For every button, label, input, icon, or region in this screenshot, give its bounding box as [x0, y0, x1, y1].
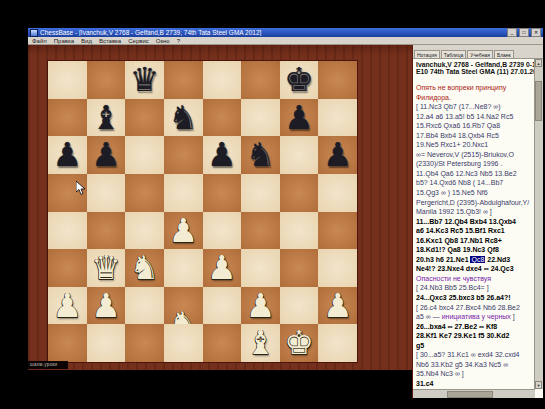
square-h2[interactable]: ♟	[318, 287, 357, 325]
notation-line-19: Ne4!? 23.Nxe4 dxe4 ∞ 24.Qc3	[416, 264, 536, 274]
annotation-text: Филидора.	[416, 94, 451, 101]
notation-line-16: 16.Kxc1 Qb8 17.Nb1 Rc8+	[416, 236, 536, 246]
panel-tabs: НотацияТаблицаУчебнаяБланк	[413, 45, 543, 59]
square-d3[interactable]	[164, 249, 203, 287]
square-f6[interactable]: ♞	[241, 136, 280, 174]
white-king-g1[interactable]: ♚	[280, 324, 319, 362]
move-text[interactable]: 20.h3 h6 21.Ne1	[416, 256, 470, 263]
notation-line-2: [ 11.Nc3 Qb7 (17...Ne8? ∞)	[416, 102, 536, 112]
chess-board: ♛♚♝♞♟♟♟♟♞♟♟♛♞♟♟♟♞♟♟♝♚	[48, 61, 357, 362]
square-d1[interactable]	[164, 324, 203, 362]
square-h1[interactable]	[318, 324, 357, 362]
move-text[interactable]: [ 24.Nb3 Bb5 25.Bc4= ]	[416, 284, 489, 291]
move-text[interactable]: [ 26.c4 bxc4 27.Bxc4 Nb6 28.Be2	[416, 304, 520, 311]
square-e8[interactable]	[203, 61, 242, 99]
notation-line-11: 15.Qg3 ∞ ) 15.Ne5 Nf6	[416, 188, 536, 198]
tab-3[interactable]: Бланк	[494, 50, 514, 58]
square-d4[interactable]: ♟	[164, 212, 203, 250]
move-text[interactable]: 26...bxa4 ∞ 27.Be2 ∞ Kf8	[416, 323, 497, 330]
notation-line-29: Nb6 33.Kb2 g5 34.Ka3 Nc5 ∞	[416, 360, 536, 370]
white-pawn-f2[interactable]: ♟	[241, 287, 280, 325]
notation-line-21: [ 24.Nb3 Bb5 25.Bc4= ]	[416, 283, 536, 293]
white-pawn-b2[interactable]: ♟	[87, 287, 126, 325]
square-e1[interactable]	[203, 324, 242, 362]
square-d5[interactable]	[164, 174, 203, 212]
square-f7[interactable]	[241, 99, 280, 137]
app-icon	[30, 29, 38, 37]
square-h6[interactable]: ♟	[318, 136, 357, 174]
move-text[interactable]: (2330)/St Petersburg 1996 .	[416, 160, 502, 167]
square-c7[interactable]	[125, 99, 164, 137]
maximize-button[interactable]: □	[519, 28, 529, 37]
notation-line-7: ∞= Neverov,V (2515)-Briukov,O	[416, 150, 536, 160]
black-king-g8[interactable]: ♚	[280, 61, 319, 99]
square-c4[interactable]	[125, 212, 164, 250]
notation-line-28: [ 30...a5? 31.Kc1 ∞ exd4 32.cxd4	[416, 350, 536, 360]
square-b8[interactable]	[87, 61, 126, 99]
horizontal-scrollbar[interactable]	[413, 389, 535, 398]
notation-line-8: (2330)/St Petersburg 1996 .	[416, 159, 536, 169]
notation-line-30: 35.Nb4 Nc3 ∞ ]	[416, 369, 536, 379]
black-pawn-a6[interactable]: ♟	[48, 136, 87, 174]
move-text[interactable]: 11.Qb4 Qa6 12.Nc3 Nb5 13.Be2	[416, 170, 517, 177]
move-text[interactable]: a5 ∞ —	[416, 313, 442, 320]
square-a3[interactable]	[48, 249, 87, 287]
move-text[interactable]: Ne4!? 23.Nxe4 dxe4 ∞ 24.Qc3	[416, 265, 514, 272]
square-b2[interactable]: ♟	[87, 287, 126, 325]
notation-line-12: Pergericht,D (2395)-Abdulghafour,Y/	[416, 198, 536, 208]
annotation-text: инициатива у черных	[442, 313, 511, 320]
square-a4[interactable]	[48, 212, 87, 250]
move-text[interactable]: ]	[511, 313, 515, 320]
notation-line-4: 15.Rxc6 Qxa6 16.Rb7 Qa8	[416, 121, 536, 131]
move-text[interactable]: 31.c4	[416, 380, 434, 387]
notation-line-5: 17.Bb4 Bxb4 18.Qxb4 Rc5	[416, 131, 536, 141]
square-b4[interactable]	[87, 212, 126, 250]
horizontal-scroll-thumb[interactable]	[447, 391, 493, 398]
menu-item-1[interactable]: Правка	[54, 38, 74, 44]
square-h3[interactable]	[318, 249, 357, 287]
white-pawn-h2[interactable]: ♟	[318, 287, 357, 325]
notation-line-10: b5? 14.Qxd6 Nb8 ( 14...Bb7	[416, 178, 536, 188]
move-text[interactable]: ∞= Neverov,V (2515)-Briukov,O	[416, 151, 514, 158]
tab-0[interactable]: Нотация	[414, 50, 440, 58]
menu-item-6[interactable]: ?	[177, 38, 180, 44]
title-bar: ChessBase - [Ivanchuk,V 2768 - Gelfand,B…	[28, 28, 543, 37]
game-header: Ivanchuk,V 2768 - Gelfand,B 2739 0-1 E10…	[416, 61, 534, 75]
moves-list: Опять не вопреки принципуФилидора.[ 11.N…	[416, 83, 536, 389]
notation-line-27: g5	[416, 341, 536, 351]
annotation-text: Опасности не чувствуя	[416, 275, 491, 282]
white-knight-c3[interactable]: ♞	[125, 249, 164, 287]
square-d7[interactable]: ♞	[164, 99, 203, 137]
square-a8[interactable]	[48, 61, 87, 99]
white-bishop-f1[interactable]: ♝	[241, 324, 280, 362]
black-pawn-e6[interactable]: ♟	[203, 136, 242, 174]
square-b6[interactable]: ♟	[87, 136, 126, 174]
black-bishop-b7[interactable]: ♝	[87, 99, 126, 137]
square-a6[interactable]: ♟	[48, 136, 87, 174]
move-text[interactable]: 15.Qg3 ∞ ) 15.Ne5 Nf6	[416, 189, 488, 196]
window-title: ChessBase - [Ivanchuk,V 2768 - Gelfand,B…	[40, 29, 505, 36]
menu-item-0[interactable]: Файл	[32, 38, 47, 44]
minimize-button[interactable]: _	[507, 28, 517, 37]
square-c1[interactable]	[125, 324, 164, 362]
move-text[interactable]: Nb6 33.Kb2 g5 34.Ka3 Nc5 ∞	[416, 361, 508, 368]
square-h8[interactable]	[318, 61, 357, 99]
notation-panel: НотацияТаблицаУчебнаяБланк Ivanchuk,V 27…	[412, 45, 543, 398]
square-f5[interactable]	[241, 174, 280, 212]
tab-1[interactable]: Таблица	[441, 50, 467, 58]
scroll-up-arrow[interactable]: ▲	[535, 59, 542, 67]
menu-item-3[interactable]: Вставка	[99, 38, 121, 44]
scroll-down-arrow[interactable]: ▼	[535, 381, 542, 389]
white-pawn-a2[interactable]: ♟	[48, 287, 87, 325]
square-e7[interactable]	[203, 99, 242, 137]
square-b5[interactable]	[87, 174, 126, 212]
notation-line-6: 19.Ne5 Rxc1+ 20.Nxc1	[416, 140, 536, 150]
close-button[interactable]: ✕	[531, 28, 541, 37]
notation-line-0: Опять не вопреки принципу	[416, 83, 536, 93]
black-knight-f6[interactable]: ♞	[241, 136, 280, 174]
square-d8[interactable]	[164, 61, 203, 99]
square-a2[interactable]: ♟	[48, 287, 87, 325]
move-text[interactable]: 11...Bb7 12.Qb4 Bxb4 13.Qxb4	[416, 218, 516, 225]
event-line: E10 74th Tata Steel GMA (11) 27.01.2012	[416, 68, 534, 75]
notation-line-14: 11...Bb7 12.Qb4 Bxb4 13.Qxb4	[416, 217, 536, 227]
square-f1[interactable]: ♝	[241, 324, 280, 362]
letterbox-top	[0, 0, 545, 28]
square-d2[interactable]: ♞	[164, 287, 203, 325]
square-a7[interactable]	[48, 99, 87, 137]
square-g5[interactable]	[280, 174, 319, 212]
black-pawn-h6[interactable]: ♟	[318, 136, 357, 174]
move-text[interactable]: 15.Rxc6 Qxa6 16.Rb7 Qa8	[416, 122, 500, 129]
video-watermark: шахм.уроки	[28, 361, 68, 369]
square-a1[interactable]	[48, 324, 87, 362]
letterbox-left	[0, 0, 28, 409]
square-h7[interactable]	[318, 99, 357, 137]
move-text[interactable]: 28.Kf1 Ke7 29.Ke1 f5 30.Kd2	[416, 332, 509, 339]
square-c8[interactable]: ♛	[125, 61, 164, 99]
notation-line-26: 28.Kf1 Ke7 29.Ke1 f5 30.Kd2	[416, 331, 536, 341]
square-f3[interactable]	[241, 249, 280, 287]
mouse-cursor	[76, 181, 86, 195]
square-g7[interactable]: ♟	[280, 99, 319, 137]
tab-2[interactable]: Учебная	[467, 50, 493, 58]
move-text[interactable]: 22.Nd3	[485, 256, 510, 263]
notation-line-15: a6 14.Kc3 Rc5 15.Bf1 Rxc1	[416, 226, 536, 236]
square-c3[interactable]: ♞	[125, 249, 164, 287]
move-text[interactable]: 24...Qxc3 25.bxc3 b5 26.a4?!	[416, 294, 511, 301]
menu-item-5[interactable]: Окно	[156, 38, 170, 44]
move-text[interactable]: a6 14.Kc3 Rc5 15.Bf1 Rxc1	[416, 227, 505, 234]
square-f4[interactable]	[241, 212, 280, 250]
square-b1[interactable]	[87, 324, 126, 362]
vertical-scrollbar[interactable]: ▲ ▼	[534, 59, 543, 389]
square-e5[interactable]	[203, 174, 242, 212]
square-b3[interactable]: ♛	[87, 249, 126, 287]
square-g1[interactable]: ♚	[280, 324, 319, 362]
notation-line-31: 31.c4	[416, 379, 536, 389]
square-e6[interactable]: ♟	[203, 136, 242, 174]
move-text[interactable]: 16.Kxc1 Qb8 17.Nb1 Rc8+	[416, 237, 502, 244]
square-g8[interactable]: ♚	[280, 61, 319, 99]
vertical-scroll-thumb[interactable]	[535, 81, 542, 121]
move-text[interactable]: Manila 1992 15.Qb3! ∞ ]	[416, 208, 492, 215]
menu-item-2[interactable]: Вид	[81, 38, 92, 44]
move-text[interactable]: b5? 14.Qxd6 Nb8 ( 14...Bb7	[416, 179, 503, 186]
black-queen-c8[interactable]: ♛	[125, 61, 164, 99]
square-h5[interactable]	[318, 174, 357, 212]
square-h4[interactable]	[318, 212, 357, 250]
notation-line-24: a5 ∞ — инициатива у черных ]	[416, 312, 536, 322]
square-g6[interactable]	[280, 136, 319, 174]
menu-bar: ФайлПравкаВидВставкаСервисОкно?	[28, 37, 543, 45]
square-c5[interactable]	[125, 174, 164, 212]
notation-line-23: [ 26.c4 bxc4 27.Bxc4 Nb6 28.Be2	[416, 303, 536, 313]
black-knight-d7[interactable]: ♞	[164, 99, 203, 137]
notation-line-25: 26...bxa4 ∞ 27.Be2 ∞ Kf8	[416, 322, 536, 332]
white-queen-b3[interactable]: ♛	[87, 249, 126, 287]
notation-line-22: 24...Qxc3 25.bxc3 b5 26.a4?!	[416, 293, 536, 303]
menu-item-4[interactable]: Сервис	[128, 38, 149, 44]
square-d6[interactable]	[164, 136, 203, 174]
notation-line-18: 20.h3 h6 21.Ne1 Qc8 22.Nd3	[416, 255, 536, 265]
square-e3[interactable]: ♟	[203, 249, 242, 287]
notation-line-1: Филидора.	[416, 93, 536, 103]
square-c2[interactable]	[125, 287, 164, 325]
move-text[interactable]: 18.Kd1!? Qa8 19.Nc3 Qf8	[416, 246, 499, 253]
move-text[interactable]: g5	[416, 342, 424, 349]
square-g4[interactable]	[280, 212, 319, 250]
move-text[interactable]: [ 11.Nc3 Qb7 (17...Ne8? ∞)	[416, 103, 501, 110]
players-result-line: Ivanchuk,V 2768 - Gelfand,B 2739 0-1	[416, 61, 534, 68]
square-f2[interactable]: ♟	[241, 287, 280, 325]
square-e4[interactable]	[203, 212, 242, 250]
notation-line-13: Manila 1992 15.Qb3! ∞ ]	[416, 207, 536, 217]
letterbox-bottom	[0, 398, 545, 409]
annotation-text: Опять не вопреки принципу	[416, 84, 506, 91]
white-pawn-e3[interactable]: ♟	[203, 249, 242, 287]
notation-line-20: Опасности не чувствуя	[416, 274, 536, 284]
black-pawn-b6[interactable]: ♟	[87, 136, 126, 174]
move-text[interactable]: 19.Ne5 Rxc1+ 20.Nxc1	[416, 141, 488, 148]
move-text[interactable]: 12.a4 a6 13.a5! b5 14.Na2 Rc5	[416, 113, 513, 120]
notation-line-3: 12.a4 a6 13.a5! b5 14.Na2 Rc5	[416, 112, 536, 122]
notation-line-9: 11.Qb4 Qa6 12.Nc3 Nb5 13.Be2	[416, 169, 536, 179]
move-text[interactable]: Pergericht,D (2395)-Abdulghafour,Y/	[416, 199, 529, 206]
black-pawn-g7[interactable]: ♟	[280, 99, 319, 137]
white-pawn-d4[interactable]: ♟	[164, 212, 203, 250]
move-text[interactable]: [ 30...a5? 31.Kc1 ∞ exd4 32.cxd4	[416, 351, 519, 358]
square-e2[interactable]	[203, 287, 242, 325]
square-b7[interactable]: ♝	[87, 99, 126, 137]
square-f8[interactable]	[241, 61, 280, 99]
letterbox-under-board	[28, 370, 412, 398]
notation-line-17: 18.Kd1!? Qa8 19.Nc3 Qf8	[416, 245, 536, 255]
move-text[interactable]: 17.Bb4 Bxb4 18.Qxb4 Rc5	[416, 132, 499, 139]
square-g2[interactable]	[280, 287, 319, 325]
square-g3[interactable]	[280, 249, 319, 287]
move-text[interactable]: 35.Nb4 Nc3 ∞ ]	[416, 370, 464, 377]
square-c6[interactable]	[125, 136, 164, 174]
current-move[interactable]: Qc8	[470, 256, 485, 263]
